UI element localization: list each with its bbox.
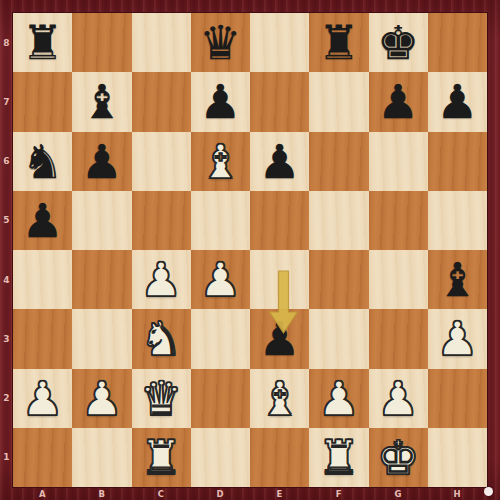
- white-pawn-f2[interactable]: ♟: [318, 375, 360, 422]
- file-label-e: E: [250, 487, 309, 500]
- black-pawn-d7[interactable]: ♟: [199, 78, 241, 125]
- square-c2[interactable]: ♛: [132, 369, 191, 428]
- square-a4[interactable]: [13, 250, 72, 309]
- square-h1[interactable]: [428, 428, 487, 487]
- file-coordinates: ABCDEFGH: [13, 487, 487, 500]
- square-e2[interactable]: ♝: [250, 369, 309, 428]
- file-label-f: F: [309, 487, 368, 500]
- black-rook-f8[interactable]: ♜: [318, 19, 360, 66]
- white-bishop-e2[interactable]: ♝: [259, 375, 301, 422]
- chessboard-app: ♜♛♜♚♝♟♟♟♞♟♝♟♟♟♟♝♞♟♟♟♟♛♝♟♟♜♜♚ 87654321 AB…: [0, 0, 500, 500]
- square-g6[interactable]: [369, 132, 428, 191]
- white-rook-c1[interactable]: ♜: [140, 434, 182, 481]
- square-g1[interactable]: ♚: [369, 428, 428, 487]
- square-h2[interactable]: [428, 369, 487, 428]
- square-h5[interactable]: [428, 191, 487, 250]
- black-knight-a6[interactable]: ♞: [22, 138, 64, 185]
- square-f1[interactable]: ♜: [309, 428, 368, 487]
- square-h3[interactable]: ♟: [428, 309, 487, 368]
- file-label-h: H: [428, 487, 487, 500]
- square-c6[interactable]: [132, 132, 191, 191]
- rank-label-7: 7: [0, 72, 13, 131]
- file-label-a: A: [13, 487, 72, 500]
- rank-label-4: 4: [0, 250, 13, 309]
- file-label-b: B: [72, 487, 131, 500]
- square-f6[interactable]: [309, 132, 368, 191]
- square-d8[interactable]: ♛: [191, 13, 250, 72]
- square-e4[interactable]: [250, 250, 309, 309]
- white-pawn-c4[interactable]: ♟: [140, 256, 182, 303]
- white-pawn-g2[interactable]: ♟: [377, 375, 419, 422]
- square-g5[interactable]: [369, 191, 428, 250]
- square-f8[interactable]: ♜: [309, 13, 368, 72]
- white-pawn-a2[interactable]: ♟: [22, 375, 64, 422]
- black-pawn-e3[interactable]: ♟: [259, 315, 301, 362]
- black-rook-a8[interactable]: ♜: [22, 19, 64, 66]
- white-rook-f1[interactable]: ♜: [318, 434, 360, 481]
- square-d1[interactable]: [191, 428, 250, 487]
- black-king-g8[interactable]: ♚: [377, 19, 419, 66]
- white-queen-c2[interactable]: ♛: [140, 375, 182, 422]
- square-e7[interactable]: [250, 72, 309, 131]
- square-b4[interactable]: [72, 250, 131, 309]
- square-g3[interactable]: [369, 309, 428, 368]
- square-d5[interactable]: [191, 191, 250, 250]
- square-f4[interactable]: [309, 250, 368, 309]
- square-b5[interactable]: [72, 191, 131, 250]
- square-f2[interactable]: ♟: [309, 369, 368, 428]
- rank-label-3: 3: [0, 309, 13, 368]
- square-d4[interactable]: ♟: [191, 250, 250, 309]
- square-b7[interactable]: ♝: [72, 72, 131, 131]
- white-knight-c3[interactable]: ♞: [140, 315, 182, 362]
- square-e3[interactable]: ♟: [250, 309, 309, 368]
- square-e5[interactable]: [250, 191, 309, 250]
- square-c5[interactable]: [132, 191, 191, 250]
- black-bishop-b7[interactable]: ♝: [81, 78, 123, 125]
- white-king-g1[interactable]: ♚: [377, 434, 419, 481]
- black-pawn-b6[interactable]: ♟: [81, 138, 123, 185]
- square-e1[interactable]: [250, 428, 309, 487]
- square-g4[interactable]: [369, 250, 428, 309]
- file-label-c: C: [132, 487, 191, 500]
- square-f7[interactable]: [309, 72, 368, 131]
- square-c1[interactable]: ♜: [132, 428, 191, 487]
- file-label-g: G: [369, 487, 428, 500]
- square-h6[interactable]: [428, 132, 487, 191]
- square-c7[interactable]: [132, 72, 191, 131]
- chess-board[interactable]: ♜♛♜♚♝♟♟♟♞♟♝♟♟♟♟♝♞♟♟♟♟♛♝♟♟♜♜♚: [13, 13, 487, 487]
- square-c3[interactable]: ♞: [132, 309, 191, 368]
- square-f5[interactable]: [309, 191, 368, 250]
- square-a1[interactable]: [13, 428, 72, 487]
- square-b8[interactable]: [72, 13, 131, 72]
- rank-label-2: 2: [0, 369, 13, 428]
- square-a8[interactable]: ♜: [13, 13, 72, 72]
- square-e6[interactable]: ♟: [250, 132, 309, 191]
- black-pawn-h7[interactable]: ♟: [436, 78, 478, 125]
- square-b2[interactable]: ♟: [72, 369, 131, 428]
- square-b1[interactable]: [72, 428, 131, 487]
- file-label-d: D: [191, 487, 250, 500]
- black-queen-d8[interactable]: ♛: [199, 19, 241, 66]
- rank-label-5: 5: [0, 191, 13, 250]
- white-pawn-h3[interactable]: ♟: [436, 315, 478, 362]
- square-a3[interactable]: [13, 309, 72, 368]
- square-d3[interactable]: [191, 309, 250, 368]
- black-pawn-a5[interactable]: ♟: [22, 197, 64, 244]
- black-bishop-h4[interactable]: ♝: [436, 256, 478, 303]
- square-a6[interactable]: ♞: [13, 132, 72, 191]
- square-d6[interactable]: ♝: [191, 132, 250, 191]
- square-h8[interactable]: [428, 13, 487, 72]
- square-h7[interactable]: ♟: [428, 72, 487, 131]
- square-c8[interactable]: [132, 13, 191, 72]
- white-bishop-d6[interactable]: ♝: [199, 138, 241, 185]
- rank-label-1: 1: [0, 428, 13, 487]
- square-g2[interactable]: ♟: [369, 369, 428, 428]
- square-d7[interactable]: ♟: [191, 72, 250, 131]
- white-pawn-d4[interactable]: ♟: [199, 256, 241, 303]
- black-pawn-g7[interactable]: ♟: [377, 78, 419, 125]
- square-g8[interactable]: ♚: [369, 13, 428, 72]
- square-e8[interactable]: [250, 13, 309, 72]
- square-g7[interactable]: ♟: [369, 72, 428, 131]
- rank-label-6: 6: [0, 132, 13, 191]
- square-c4[interactable]: ♟: [132, 250, 191, 309]
- white-to-move-indicator: [484, 487, 493, 496]
- square-a7[interactable]: [13, 72, 72, 131]
- square-h4[interactable]: ♝: [428, 250, 487, 309]
- square-d2[interactable]: [191, 369, 250, 428]
- square-a5[interactable]: ♟: [13, 191, 72, 250]
- rank-label-8: 8: [0, 13, 13, 72]
- white-pawn-b2[interactable]: ♟: [81, 375, 123, 422]
- square-b6[interactable]: ♟: [72, 132, 131, 191]
- square-b3[interactable]: [72, 309, 131, 368]
- square-a2[interactable]: ♟: [13, 369, 72, 428]
- rank-coordinates: 87654321: [0, 13, 13, 487]
- black-pawn-e6[interactable]: ♟: [259, 138, 301, 185]
- square-f3[interactable]: [309, 309, 368, 368]
